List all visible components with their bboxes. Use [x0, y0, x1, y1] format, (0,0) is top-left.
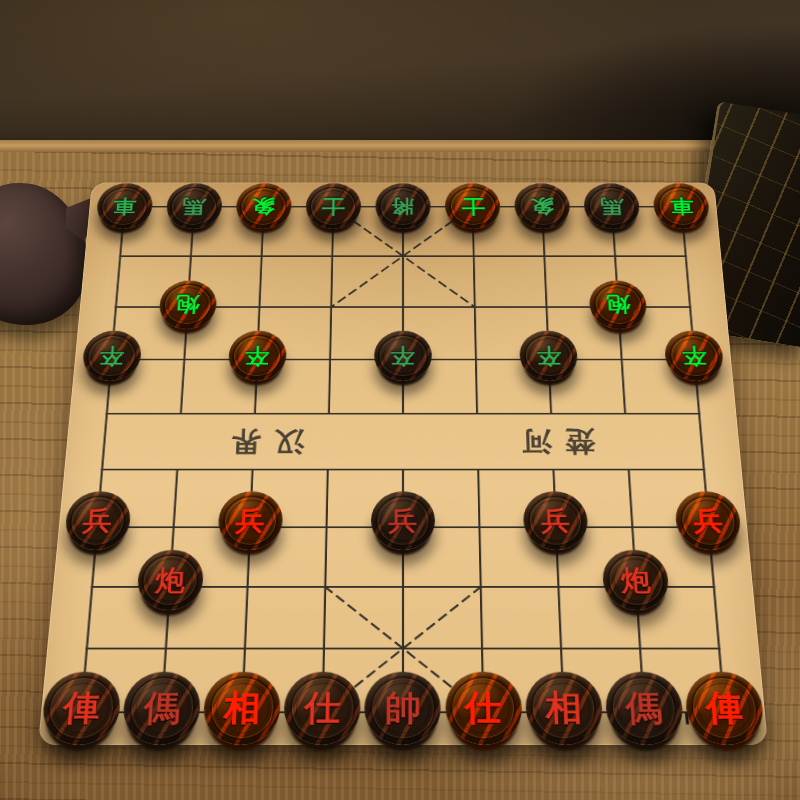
- dark-backdrop: [0, 0, 800, 152]
- piece-character: 傌: [625, 690, 664, 725]
- piece-red-soldier[interactable]: 兵: [371, 492, 436, 550]
- piece-character: 炮: [620, 566, 651, 594]
- piece-character: 俥: [62, 690, 102, 725]
- piece-red-soldier[interactable]: 兵: [523, 492, 589, 550]
- piece-red-soldier[interactable]: 兵: [63, 492, 132, 550]
- piece-green-soldier[interactable]: 卒: [227, 331, 287, 381]
- piece-character: 帥: [385, 690, 422, 725]
- piece-character: 士: [461, 197, 485, 216]
- piece-green-advisor[interactable]: 士: [445, 184, 501, 230]
- piece-character: 相: [223, 690, 261, 725]
- piece-character: 炮: [606, 294, 631, 314]
- piece-red-soldier[interactable]: 兵: [217, 492, 283, 550]
- piece-red-chariot[interactable]: 俥: [40, 672, 122, 745]
- piece-green-soldier[interactable]: 卒: [374, 331, 432, 381]
- piece-character: 仕: [465, 690, 502, 725]
- piece-character: 車: [112, 197, 137, 216]
- piece-character: 卒: [536, 345, 561, 366]
- piece-red-general[interactable]: 帥: [364, 672, 441, 745]
- xiangqi-board-mat: 汉界 楚河 No 車馬象士將士象馬車炮炮卒卒卒卒卒兵兵兵兵兵炮炮俥傌相仕帥仕相傌…: [38, 183, 768, 745]
- piece-green-chariot[interactable]: 車: [95, 184, 154, 230]
- piece-character: 兵: [541, 507, 571, 534]
- piece-character: 仕: [304, 690, 341, 725]
- board-intersections: 車馬象士將士象馬車炮炮卒卒卒卒卒兵兵兵兵兵炮炮俥傌相仕帥仕相傌俥: [38, 183, 768, 745]
- piece-character: 俥: [705, 690, 745, 725]
- piece-character: 傌: [142, 690, 181, 725]
- piece-green-advisor[interactable]: 士: [305, 184, 361, 230]
- piece-character: 兵: [82, 507, 113, 534]
- piece-red-elephant[interactable]: 相: [202, 672, 281, 745]
- piece-green-soldier[interactable]: 卒: [81, 331, 143, 381]
- piece-green-cannon[interactable]: 炮: [158, 280, 218, 329]
- piece-character: 卒: [391, 345, 415, 366]
- piece-red-soldier[interactable]: 兵: [674, 492, 743, 550]
- piece-character: 車: [669, 197, 694, 216]
- piece-red-horse[interactable]: 傌: [604, 672, 685, 745]
- piece-green-soldier[interactable]: 卒: [664, 331, 726, 381]
- piece-character: 炮: [154, 566, 185, 594]
- piece-character: 炮: [175, 294, 200, 314]
- piece-character: 馬: [600, 197, 624, 216]
- piece-green-horse[interactable]: 馬: [165, 184, 223, 230]
- piece-red-chariot[interactable]: 俥: [683, 672, 765, 745]
- piece-green-soldier[interactable]: 卒: [519, 331, 579, 381]
- piece-character: 卒: [245, 345, 270, 366]
- piece-red-advisor[interactable]: 仕: [445, 672, 523, 745]
- piece-red-advisor[interactable]: 仕: [283, 672, 361, 745]
- piece-character: 卒: [681, 345, 707, 366]
- piece-green-horse[interactable]: 馬: [583, 184, 641, 230]
- piece-character: 相: [545, 690, 583, 725]
- piece-character: 兵: [235, 507, 265, 534]
- piece-character: 馬: [182, 197, 206, 216]
- piece-green-chariot[interactable]: 車: [652, 184, 711, 230]
- piece-green-cannon[interactable]: 炮: [589, 280, 649, 329]
- piece-red-elephant[interactable]: 相: [524, 672, 603, 745]
- piece-character: 象: [252, 197, 276, 216]
- piece-green-general[interactable]: 將: [375, 184, 430, 230]
- piece-character: 兵: [693, 507, 724, 534]
- piece-character: 卒: [99, 345, 125, 366]
- xiangqi-scene: 汉界 楚河 No 車馬象士將士象馬車炮炮卒卒卒卒卒兵兵兵兵兵炮炮俥傌相仕帥仕相傌…: [0, 0, 800, 800]
- piece-red-cannon[interactable]: 炮: [135, 550, 204, 610]
- piece-green-elephant[interactable]: 象: [235, 184, 292, 230]
- piece-red-horse[interactable]: 傌: [121, 672, 202, 745]
- piece-character: 將: [391, 197, 414, 216]
- piece-red-cannon[interactable]: 炮: [602, 550, 671, 610]
- piece-character: 象: [530, 197, 554, 216]
- piece-green-elephant[interactable]: 象: [514, 184, 571, 230]
- piece-character: 士: [322, 197, 346, 216]
- piece-character: 兵: [388, 507, 417, 534]
